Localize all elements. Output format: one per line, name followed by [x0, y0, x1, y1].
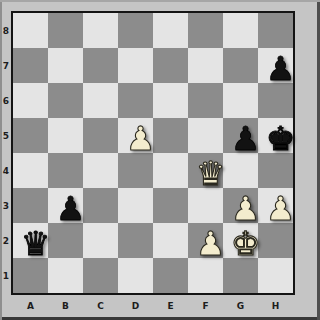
- white-pawn[interactable]: ♟: [263, 191, 298, 226]
- white-king[interactable]: ♚: [228, 226, 263, 261]
- square-g8[interactable]: [223, 13, 258, 48]
- file-label-d: D: [118, 297, 153, 315]
- rank-label-3: 3: [1, 188, 11, 223]
- square-a1[interactable]: [13, 258, 48, 293]
- square-b7[interactable]: [48, 48, 83, 83]
- square-e5[interactable]: [153, 118, 188, 153]
- square-g1[interactable]: [223, 258, 258, 293]
- square-d2[interactable]: [118, 223, 153, 258]
- square-h8[interactable]: [258, 13, 293, 48]
- file-label-a: A: [13, 297, 48, 315]
- square-f6[interactable]: [188, 83, 223, 118]
- black-pawn[interactable]: ♟: [228, 121, 263, 156]
- square-a7[interactable]: [13, 48, 48, 83]
- rank-label-4: 4: [1, 153, 11, 188]
- square-d1[interactable]: [118, 258, 153, 293]
- square-c4[interactable]: [83, 153, 118, 188]
- rank-label-8: 8: [1, 13, 11, 48]
- square-g7[interactable]: [223, 48, 258, 83]
- black-king[interactable]: ♚: [263, 121, 298, 156]
- square-e8[interactable]: [153, 13, 188, 48]
- file-label-e: E: [153, 297, 188, 315]
- square-b4[interactable]: [48, 153, 83, 188]
- square-c7[interactable]: [83, 48, 118, 83]
- square-b6[interactable]: [48, 83, 83, 118]
- white-pawn[interactable]: ♟: [193, 226, 228, 261]
- square-e2[interactable]: [153, 223, 188, 258]
- square-d7[interactable]: [118, 48, 153, 83]
- square-h6[interactable]: [258, 83, 293, 118]
- square-g5[interactable]: ♟: [223, 118, 258, 153]
- file-label-c: C: [83, 297, 118, 315]
- square-c8[interactable]: [83, 13, 118, 48]
- square-b2[interactable]: [48, 223, 83, 258]
- diagram-frame: ♟♟♟♚♛♟♟♟♛♟♚ 87654321 ABCDEFGH: [0, 0, 320, 320]
- square-h2[interactable]: [258, 223, 293, 258]
- rank-label-5: 5: [1, 118, 11, 153]
- square-f7[interactable]: [188, 48, 223, 83]
- square-e7[interactable]: [153, 48, 188, 83]
- square-a5[interactable]: [13, 118, 48, 153]
- white-pawn[interactable]: ♟: [123, 121, 158, 156]
- square-e6[interactable]: [153, 83, 188, 118]
- rank-label-1: 1: [1, 258, 11, 293]
- square-b1[interactable]: [48, 258, 83, 293]
- square-f1[interactable]: [188, 258, 223, 293]
- black-pawn[interactable]: ♟: [263, 51, 298, 86]
- square-h5[interactable]: ♚: [258, 118, 293, 153]
- square-e3[interactable]: [153, 188, 188, 223]
- square-c2[interactable]: [83, 223, 118, 258]
- square-c6[interactable]: [83, 83, 118, 118]
- square-b8[interactable]: [48, 13, 83, 48]
- chess-board: ♟♟♟♚♛♟♟♟♛♟♚: [11, 11, 295, 295]
- square-a3[interactable]: [13, 188, 48, 223]
- square-f4[interactable]: ♛: [188, 153, 223, 188]
- square-d4[interactable]: [118, 153, 153, 188]
- square-a8[interactable]: [13, 13, 48, 48]
- square-b5[interactable]: [48, 118, 83, 153]
- square-g6[interactable]: [223, 83, 258, 118]
- square-f8[interactable]: [188, 13, 223, 48]
- square-d8[interactable]: [118, 13, 153, 48]
- black-pawn[interactable]: ♟: [53, 191, 88, 226]
- square-a6[interactable]: [13, 83, 48, 118]
- square-g4[interactable]: [223, 153, 258, 188]
- white-queen[interactable]: ♛: [193, 156, 228, 191]
- file-label-f: F: [188, 297, 223, 315]
- square-e1[interactable]: [153, 258, 188, 293]
- square-d6[interactable]: [118, 83, 153, 118]
- square-h3[interactable]: ♟: [258, 188, 293, 223]
- white-pawn[interactable]: ♟: [228, 191, 263, 226]
- rank-label-2: 2: [1, 223, 11, 258]
- square-f5[interactable]: [188, 118, 223, 153]
- file-label-g: G: [223, 297, 258, 315]
- square-g3[interactable]: ♟: [223, 188, 258, 223]
- black-queen[interactable]: ♛: [18, 226, 53, 261]
- rank-label-7: 7: [1, 48, 11, 83]
- square-c1[interactable]: [83, 258, 118, 293]
- file-label-h: H: [258, 297, 293, 315]
- square-g2[interactable]: ♚: [223, 223, 258, 258]
- file-label-b: B: [48, 297, 83, 315]
- square-h4[interactable]: [258, 153, 293, 188]
- square-c5[interactable]: [83, 118, 118, 153]
- square-e4[interactable]: [153, 153, 188, 188]
- rank-label-6: 6: [1, 83, 11, 118]
- square-a4[interactable]: [13, 153, 48, 188]
- square-h1[interactable]: [258, 258, 293, 293]
- square-h7[interactable]: ♟: [258, 48, 293, 83]
- square-b3[interactable]: ♟: [48, 188, 83, 223]
- square-f2[interactable]: ♟: [188, 223, 223, 258]
- square-d3[interactable]: [118, 188, 153, 223]
- square-f3[interactable]: [188, 188, 223, 223]
- square-a2[interactable]: ♛: [13, 223, 48, 258]
- square-d5[interactable]: ♟: [118, 118, 153, 153]
- square-c3[interactable]: [83, 188, 118, 223]
